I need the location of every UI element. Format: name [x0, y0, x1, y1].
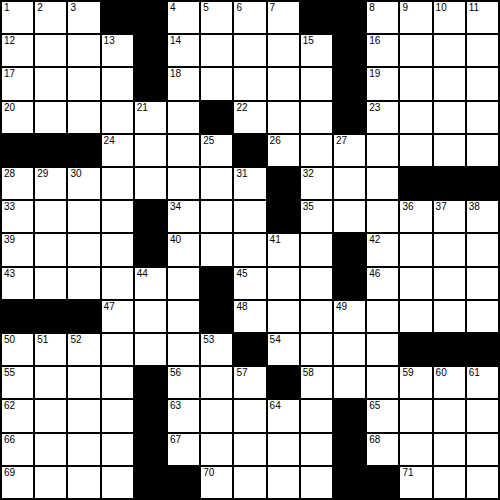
cell-r9c3[interactable]: 47 [102, 301, 133, 332]
clue-number-5: 5 [203, 2, 209, 14]
clue-number-64: 64 [270, 400, 281, 412]
clue-number-18: 18 [170, 68, 181, 80]
clue-number-39: 39 [4, 234, 15, 246]
cell-r0c1[interactable]: 2 [35, 2, 66, 33]
block-cell-r11c4 [135, 367, 166, 398]
clue-number-8: 8 [369, 2, 375, 14]
block-cell-r14c4 [135, 467, 166, 498]
cell-r1c8[interactable] [268, 35, 299, 66]
cell-r2c7[interactable] [234, 68, 265, 99]
cell-r2c9[interactable] [301, 68, 332, 99]
cell-r8c1[interactable] [35, 268, 66, 299]
cell-r4c14[interactable] [467, 135, 498, 166]
cell-r3c11[interactable]: 23 [367, 102, 398, 133]
block-cell-r6c8 [268, 201, 299, 232]
clue-number-2: 2 [37, 2, 43, 14]
clue-number-32: 32 [303, 168, 314, 180]
cell-r1c7[interactable] [234, 35, 265, 66]
cell-r1c5[interactable]: 14 [168, 35, 199, 66]
cell-r13c6[interactable] [201, 434, 232, 465]
cell-r7c3[interactable] [102, 234, 133, 265]
cell-r4c3[interactable]: 24 [102, 135, 133, 166]
cell-r12c7[interactable] [234, 400, 265, 431]
cell-r4c11[interactable] [367, 135, 398, 166]
cell-r5c6[interactable] [201, 168, 232, 199]
cell-r11c9[interactable]: 58 [301, 367, 332, 398]
cell-r14c13[interactable] [434, 467, 465, 498]
cell-r7c6[interactable] [201, 234, 232, 265]
cell-r3c1[interactable] [35, 102, 66, 133]
cell-r7c1[interactable] [35, 234, 66, 265]
clue-number-53: 53 [203, 334, 214, 346]
cell-r7c0[interactable]: 39 [2, 234, 33, 265]
clue-number-11: 11 [469, 2, 479, 14]
cell-r1c11[interactable]: 16 [367, 35, 398, 66]
cell-r6c7[interactable] [234, 201, 265, 232]
cell-r5c0[interactable]: 28 [2, 168, 33, 199]
cell-r0c13[interactable]: 10 [434, 2, 465, 33]
cell-r14c7[interactable] [234, 467, 265, 498]
cell-r4c9[interactable] [301, 135, 332, 166]
cell-r13c11[interactable]: 68 [367, 434, 398, 465]
block-cell-r14c11 [367, 467, 398, 498]
block-cell-r1c10 [334, 35, 365, 66]
block-cell-r6c4 [135, 201, 166, 232]
block-cell-r11c8 [268, 367, 299, 398]
clue-number-13: 13 [104, 35, 115, 47]
block-cell-r0c4 [135, 2, 166, 33]
clue-number-49: 49 [336, 301, 347, 313]
clue-number-56: 56 [170, 367, 181, 379]
clue-number-58: 58 [303, 367, 314, 379]
clue-number-70: 70 [203, 467, 214, 479]
cell-r1c6[interactable] [201, 35, 232, 66]
cell-r9c9[interactable] [301, 301, 332, 332]
cell-r9c5[interactable] [168, 301, 199, 332]
cell-r4c13[interactable] [434, 135, 465, 166]
cell-r8c3[interactable] [102, 268, 133, 299]
cell-r13c12[interactable] [400, 434, 431, 465]
block-cell-r10c14 [467, 334, 498, 365]
clue-number-1: 1 [4, 2, 10, 14]
cell-r11c10[interactable] [334, 367, 365, 398]
clue-number-43: 43 [4, 268, 15, 280]
cell-r9c10[interactable]: 49 [334, 301, 365, 332]
cell-r9c12[interactable] [400, 301, 431, 332]
clue-number-65: 65 [369, 400, 380, 412]
cell-r10c6[interactable]: 53 [201, 334, 232, 365]
cell-r5c11[interactable] [367, 168, 398, 199]
clue-number-66: 66 [4, 434, 15, 446]
cell-r11c2[interactable] [68, 367, 99, 398]
clue-number-14: 14 [170, 35, 181, 47]
clue-number-60: 60 [436, 367, 447, 379]
cell-r14c8[interactable] [268, 467, 299, 498]
cell-r1c9[interactable]: 15 [301, 35, 332, 66]
clue-number-3: 3 [70, 2, 76, 14]
cell-r3c14[interactable] [467, 102, 498, 133]
cell-r13c9[interactable] [301, 434, 332, 465]
block-cell-r14c5 [168, 467, 199, 498]
cell-r12c12[interactable] [400, 400, 431, 431]
cell-r6c10[interactable] [334, 201, 365, 232]
cell-r12c0[interactable]: 62 [2, 400, 33, 431]
clue-number-21: 21 [137, 102, 148, 114]
cell-r3c4[interactable]: 21 [135, 102, 166, 133]
cell-r4c12[interactable] [400, 135, 431, 166]
cell-r14c14[interactable] [467, 467, 498, 498]
clue-number-69: 69 [4, 467, 15, 479]
cell-r11c14[interactable]: 61 [467, 367, 498, 398]
cell-r1c1[interactable] [35, 35, 66, 66]
cell-r9c11[interactable] [367, 301, 398, 332]
cell-r6c2[interactable] [68, 201, 99, 232]
clue-number-36: 36 [402, 201, 413, 213]
cell-r10c9[interactable] [301, 334, 332, 365]
cell-r4c10[interactable]: 27 [334, 135, 365, 166]
clue-number-48: 48 [236, 301, 247, 313]
cell-r0c6[interactable]: 5 [201, 2, 232, 33]
clue-number-7: 7 [270, 2, 276, 14]
cell-r3c3[interactable] [102, 102, 133, 133]
cell-r5c3[interactable] [102, 168, 133, 199]
cell-r1c0[interactable]: 12 [2, 35, 33, 66]
block-cell-r10c7 [234, 334, 265, 365]
clue-number-52: 52 [70, 334, 81, 346]
clue-number-46: 46 [369, 268, 380, 280]
clue-number-38: 38 [469, 201, 480, 213]
cell-r6c12[interactable]: 36 [400, 201, 431, 232]
cell-r3c0[interactable]: 20 [2, 102, 33, 133]
cell-r10c1[interactable]: 51 [35, 334, 66, 365]
cell-r7c9[interactable] [301, 234, 332, 265]
cell-r14c2[interactable] [68, 467, 99, 498]
block-cell-r0c10 [334, 2, 365, 33]
cell-r5c1[interactable]: 29 [35, 168, 66, 199]
cell-r11c7[interactable]: 57 [234, 367, 265, 398]
clue-number-68: 68 [369, 434, 380, 446]
clue-number-59: 59 [402, 367, 413, 379]
cell-r12c6[interactable] [201, 400, 232, 431]
cell-r14c9[interactable] [301, 467, 332, 498]
cell-r12c8[interactable]: 64 [268, 400, 299, 431]
cell-r10c10[interactable] [334, 334, 365, 365]
cell-r0c14[interactable]: 11 [467, 2, 498, 33]
clue-number-30: 30 [70, 168, 81, 180]
clue-number-57: 57 [236, 367, 247, 379]
cell-r2c11[interactable]: 19 [367, 68, 398, 99]
cell-r3c8[interactable] [268, 102, 299, 133]
cell-r9c4[interactable] [135, 301, 166, 332]
cell-r0c2[interactable]: 3 [68, 2, 99, 33]
block-cell-r5c8 [268, 168, 299, 199]
block-cell-r7c4 [135, 234, 166, 265]
cell-r0c5[interactable]: 4 [168, 2, 199, 33]
cell-r14c3[interactable] [102, 467, 133, 498]
block-cell-r5c12 [400, 168, 431, 199]
cell-r10c2[interactable]: 52 [68, 334, 99, 365]
cell-r2c8[interactable] [268, 68, 299, 99]
clue-number-9: 9 [402, 2, 408, 14]
block-cell-r9c2 [68, 301, 99, 332]
cell-r13c2[interactable] [68, 434, 99, 465]
block-cell-r8c6 [201, 268, 232, 299]
cell-r2c14[interactable] [467, 68, 498, 99]
clue-number-35: 35 [303, 201, 314, 213]
cell-r12c9[interactable] [301, 400, 332, 431]
cell-r5c7[interactable]: 31 [234, 168, 265, 199]
block-cell-r10c12 [400, 334, 431, 365]
clue-number-45: 45 [236, 268, 247, 280]
cell-r3c9[interactable] [301, 102, 332, 133]
cell-r8c7[interactable]: 45 [234, 268, 265, 299]
block-cell-r9c0 [2, 301, 33, 332]
cell-r12c13[interactable] [434, 400, 465, 431]
cell-r4c6[interactable]: 25 [201, 135, 232, 166]
cell-r7c7[interactable] [234, 234, 265, 265]
cell-r2c1[interactable] [35, 68, 66, 99]
cell-r11c12[interactable]: 59 [400, 367, 431, 398]
cell-r5c9[interactable]: 32 [301, 168, 332, 199]
cell-r3c12[interactable] [400, 102, 431, 133]
block-cell-r12c4 [135, 400, 166, 431]
cell-r6c0[interactable]: 33 [2, 201, 33, 232]
clue-number-54: 54 [270, 334, 281, 346]
clue-number-31: 31 [236, 168, 247, 180]
cell-r11c1[interactable] [35, 367, 66, 398]
clue-number-26: 26 [270, 135, 281, 147]
cell-r1c2[interactable] [68, 35, 99, 66]
cell-r11c11[interactable] [367, 367, 398, 398]
cell-r12c3[interactable] [102, 400, 133, 431]
clue-number-51: 51 [37, 334, 48, 346]
cell-r13c13[interactable] [434, 434, 465, 465]
block-cell-r4c0 [2, 135, 33, 166]
cell-r1c14[interactable] [467, 35, 498, 66]
clue-number-12: 12 [4, 35, 15, 47]
cell-r13c3[interactable] [102, 434, 133, 465]
cell-r7c11[interactable]: 42 [367, 234, 398, 265]
cell-r4c5[interactable] [168, 135, 199, 166]
cell-r3c5[interactable] [168, 102, 199, 133]
cell-r6c14[interactable]: 38 [467, 201, 498, 232]
cell-r8c11[interactable]: 46 [367, 268, 398, 299]
cell-r5c5[interactable] [168, 168, 199, 199]
cell-r14c1[interactable] [35, 467, 66, 498]
block-cell-r4c2 [68, 135, 99, 166]
clue-number-42: 42 [369, 234, 380, 246]
cell-r8c5[interactable] [168, 268, 199, 299]
cell-r12c1[interactable] [35, 400, 66, 431]
cell-r9c13[interactable] [434, 301, 465, 332]
cell-r0c7[interactable]: 6 [234, 2, 265, 33]
cell-r12c2[interactable] [68, 400, 99, 431]
block-cell-r9c1 [35, 301, 66, 332]
clue-number-71: 71 [402, 467, 413, 479]
cell-r0c12[interactable]: 9 [400, 2, 431, 33]
cell-r8c13[interactable] [434, 268, 465, 299]
block-cell-r1c4 [135, 35, 166, 66]
cell-r7c8[interactable]: 41 [268, 234, 299, 265]
clue-number-6: 6 [236, 2, 242, 14]
cell-r6c13[interactable]: 37 [434, 201, 465, 232]
block-cell-r13c10 [334, 434, 365, 465]
clue-number-37: 37 [436, 201, 447, 213]
cell-r2c6[interactable] [201, 68, 232, 99]
cell-r13c5[interactable]: 67 [168, 434, 199, 465]
cell-r12c14[interactable] [467, 400, 498, 431]
block-cell-r10c13 [434, 334, 465, 365]
block-cell-r7c10 [334, 234, 365, 265]
cell-r11c6[interactable] [201, 367, 232, 398]
cell-r5c4[interactable] [135, 168, 166, 199]
clue-number-4: 4 [170, 2, 176, 14]
block-cell-r12c10 [334, 400, 365, 431]
cell-r10c11[interactable] [367, 334, 398, 365]
cell-r3c13[interactable] [434, 102, 465, 133]
clue-number-15: 15 [303, 35, 314, 47]
cell-r7c12[interactable] [400, 234, 431, 265]
clue-number-34: 34 [170, 201, 181, 213]
cell-r11c13[interactable]: 60 [434, 367, 465, 398]
block-cell-r13c4 [135, 434, 166, 465]
block-cell-r0c3 [102, 2, 133, 33]
block-cell-r4c1 [35, 135, 66, 166]
clue-number-44: 44 [137, 268, 148, 280]
cell-r0c8[interactable]: 7 [268, 2, 299, 33]
cell-r13c7[interactable] [234, 434, 265, 465]
block-cell-r14c10 [334, 467, 365, 498]
cell-r11c5[interactable]: 56 [168, 367, 199, 398]
cell-r14c6[interactable]: 70 [201, 467, 232, 498]
cell-r13c0[interactable]: 66 [2, 434, 33, 465]
cell-r4c4[interactable] [135, 135, 166, 166]
cell-r8c0[interactable]: 43 [2, 268, 33, 299]
cell-r7c13[interactable] [434, 234, 465, 265]
clue-number-33: 33 [4, 201, 15, 213]
block-cell-r9c6 [201, 301, 232, 332]
cell-r2c12[interactable] [400, 68, 431, 99]
clue-number-23: 23 [369, 102, 380, 114]
cell-r1c3[interactable]: 13 [102, 35, 133, 66]
cell-r2c13[interactable] [434, 68, 465, 99]
cell-r8c2[interactable] [68, 268, 99, 299]
cell-r8c9[interactable] [301, 268, 332, 299]
clue-number-17: 17 [4, 68, 15, 80]
cell-r1c12[interactable] [400, 35, 431, 66]
cell-r8c4[interactable]: 44 [135, 268, 166, 299]
block-cell-r2c10 [334, 68, 365, 99]
block-cell-r0c9 [301, 2, 332, 33]
cell-r11c3[interactable] [102, 367, 133, 398]
clue-number-61: 61 [469, 367, 480, 379]
cell-r13c1[interactable] [35, 434, 66, 465]
cell-r6c3[interactable] [102, 201, 133, 232]
cell-r10c3[interactable] [102, 334, 133, 365]
cell-r8c8[interactable] [268, 268, 299, 299]
clue-number-27: 27 [336, 135, 347, 147]
cell-r2c0[interactable]: 17 [2, 68, 33, 99]
cell-r6c5[interactable]: 34 [168, 201, 199, 232]
block-cell-r3c6 [201, 102, 232, 133]
block-cell-r4c7 [234, 135, 265, 166]
cell-r10c5[interactable] [168, 334, 199, 365]
clue-number-24: 24 [104, 135, 115, 147]
cell-r2c2[interactable] [68, 68, 99, 99]
crossword-board: 1234567891011121314151617181920212223242… [0, 0, 500, 500]
clue-number-19: 19 [369, 68, 380, 80]
cell-r4c8[interactable]: 26 [268, 135, 299, 166]
clue-number-55: 55 [4, 367, 15, 379]
cell-r14c12[interactable]: 71 [400, 467, 431, 498]
cell-r5c2[interactable]: 30 [68, 168, 99, 199]
block-cell-r2c4 [135, 68, 166, 99]
cell-r3c2[interactable] [68, 102, 99, 133]
cell-r2c5[interactable]: 18 [168, 68, 199, 99]
cell-r0c11[interactable]: 8 [367, 2, 398, 33]
cell-r12c11[interactable]: 65 [367, 400, 398, 431]
cell-r1c13[interactable] [434, 35, 465, 66]
clue-number-16: 16 [369, 35, 380, 47]
cell-r7c5[interactable]: 40 [168, 234, 199, 265]
clue-number-67: 67 [170, 434, 181, 446]
cell-r6c9[interactable]: 35 [301, 201, 332, 232]
cell-r8c14[interactable] [467, 268, 498, 299]
block-cell-r5c13 [434, 168, 465, 199]
cell-r9c14[interactable] [467, 301, 498, 332]
cell-r5c10[interactable] [334, 168, 365, 199]
cell-r9c8[interactable] [268, 301, 299, 332]
cell-r14c0[interactable]: 69 [2, 467, 33, 498]
cell-r13c8[interactable] [268, 434, 299, 465]
cell-r3c7[interactable]: 22 [234, 102, 265, 133]
cell-r7c14[interactable] [467, 234, 498, 265]
clue-number-50: 50 [4, 334, 15, 346]
clue-number-40: 40 [170, 234, 181, 246]
clue-number-28: 28 [4, 168, 15, 180]
cell-r8c12[interactable] [400, 268, 431, 299]
block-cell-r3c10 [334, 102, 365, 133]
clue-number-25: 25 [203, 135, 214, 147]
block-cell-r8c10 [334, 268, 365, 299]
cell-r11c0[interactable]: 55 [2, 367, 33, 398]
cell-r10c0[interactable]: 50 [2, 334, 33, 365]
cell-r6c11[interactable] [367, 201, 398, 232]
block-cell-r5c14 [467, 168, 498, 199]
cell-r13c14[interactable] [467, 434, 498, 465]
cell-r6c6[interactable] [201, 201, 232, 232]
clue-number-41: 41 [270, 234, 281, 246]
clue-number-47: 47 [104, 301, 115, 313]
cell-r2c3[interactable] [102, 68, 133, 99]
clue-number-63: 63 [170, 400, 181, 412]
clue-number-10: 10 [436, 2, 447, 14]
cell-r10c4[interactable] [135, 334, 166, 365]
cell-r0c0[interactable]: 1 [2, 2, 33, 33]
clue-number-22: 22 [236, 102, 247, 114]
clue-number-29: 29 [37, 168, 48, 180]
cell-r9c7[interactable]: 48 [234, 301, 265, 332]
cell-r12c5[interactable]: 63 [168, 400, 199, 431]
clue-number-20: 20 [4, 102, 15, 114]
clue-number-62: 62 [4, 400, 15, 412]
cell-r6c1[interactable] [35, 201, 66, 232]
cell-r10c8[interactable]: 54 [268, 334, 299, 365]
cell-r7c2[interactable] [68, 234, 99, 265]
